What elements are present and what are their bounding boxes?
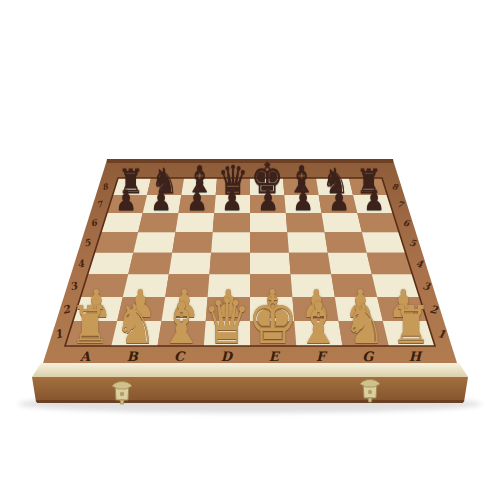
- square-e6: [250, 213, 287, 232]
- square-c5: [172, 232, 213, 253]
- square-d3: [208, 274, 250, 297]
- square-h6: [357, 213, 399, 232]
- square-b4: [128, 253, 172, 274]
- square-a8: [113, 178, 151, 195]
- square-e5: [250, 232, 289, 253]
- square-h3: [372, 274, 420, 297]
- square-g4: [328, 253, 372, 274]
- square-g6: [322, 213, 362, 232]
- square-f3: [291, 274, 335, 297]
- square-d8: [216, 178, 250, 195]
- square-g3: [331, 274, 377, 297]
- square-g5: [325, 232, 367, 253]
- folding-chess-board: ABCDEFGH 8877665544332211: [0, 0, 500, 500]
- square-c6: [175, 213, 214, 232]
- square-e8: [250, 178, 284, 195]
- square-c1: [158, 321, 206, 346]
- square-c7: [179, 195, 216, 213]
- square-e4: [250, 253, 291, 274]
- front-face-bottom-edge: [36, 400, 464, 403]
- square-b7: [143, 195, 182, 213]
- file-label-b: B: [127, 349, 139, 364]
- square-a3: [80, 274, 128, 297]
- file-label-c: C: [174, 349, 186, 364]
- square-h8: [349, 178, 387, 195]
- square-e1: [250, 321, 296, 346]
- square-d2: [206, 297, 250, 321]
- square-d4: [209, 253, 250, 274]
- front-face: [32, 377, 468, 402]
- front-molding: [32, 363, 468, 377]
- square-f8: [283, 178, 319, 195]
- square-b8: [147, 178, 184, 195]
- file-label-a: A: [79, 349, 91, 364]
- square-g1: [339, 321, 389, 346]
- square-d1: [204, 321, 250, 346]
- square-b3: [123, 274, 169, 297]
- square-g2: [335, 297, 383, 321]
- square-f6: [286, 213, 325, 232]
- square-e3: [250, 274, 292, 297]
- square-a7: [107, 195, 147, 213]
- square-b2: [117, 297, 165, 321]
- square-e2: [250, 297, 294, 321]
- square-f4: [289, 253, 331, 274]
- square-f7: [284, 195, 321, 213]
- square-c3: [165, 274, 209, 297]
- square-a4: [88, 253, 134, 274]
- square-h4: [367, 253, 413, 274]
- square-d5: [211, 232, 250, 253]
- square-a5: [94, 232, 138, 253]
- square-a1: [65, 321, 117, 346]
- square-d7: [214, 195, 250, 213]
- square-a6: [101, 213, 143, 232]
- square-g8: [316, 178, 353, 195]
- square-d6: [213, 213, 250, 232]
- square-b6: [138, 213, 178, 232]
- square-c8: [181, 178, 217, 195]
- square-f2: [292, 297, 338, 321]
- playing-area: [65, 178, 435, 346]
- square-b5: [133, 232, 175, 253]
- square-c4: [169, 253, 211, 274]
- square-h2: [377, 297, 427, 321]
- square-h7: [353, 195, 393, 213]
- chess-set-product-photo: ABCDEFGH 8877665544332211 ♜♞♝♛♚♝♞♜♟♟♟♟♟♟…: [0, 0, 500, 500]
- file-label-g: G: [362, 349, 374, 364]
- square-g7: [319, 195, 358, 213]
- square-f1: [294, 321, 342, 346]
- square-c2: [162, 297, 208, 321]
- square-h1: [383, 321, 435, 346]
- file-label-d: D: [221, 349, 234, 364]
- square-h5: [362, 232, 406, 253]
- square-f5: [287, 232, 328, 253]
- square-e7: [250, 195, 286, 213]
- square-b1: [111, 321, 161, 346]
- square-a2: [73, 297, 123, 321]
